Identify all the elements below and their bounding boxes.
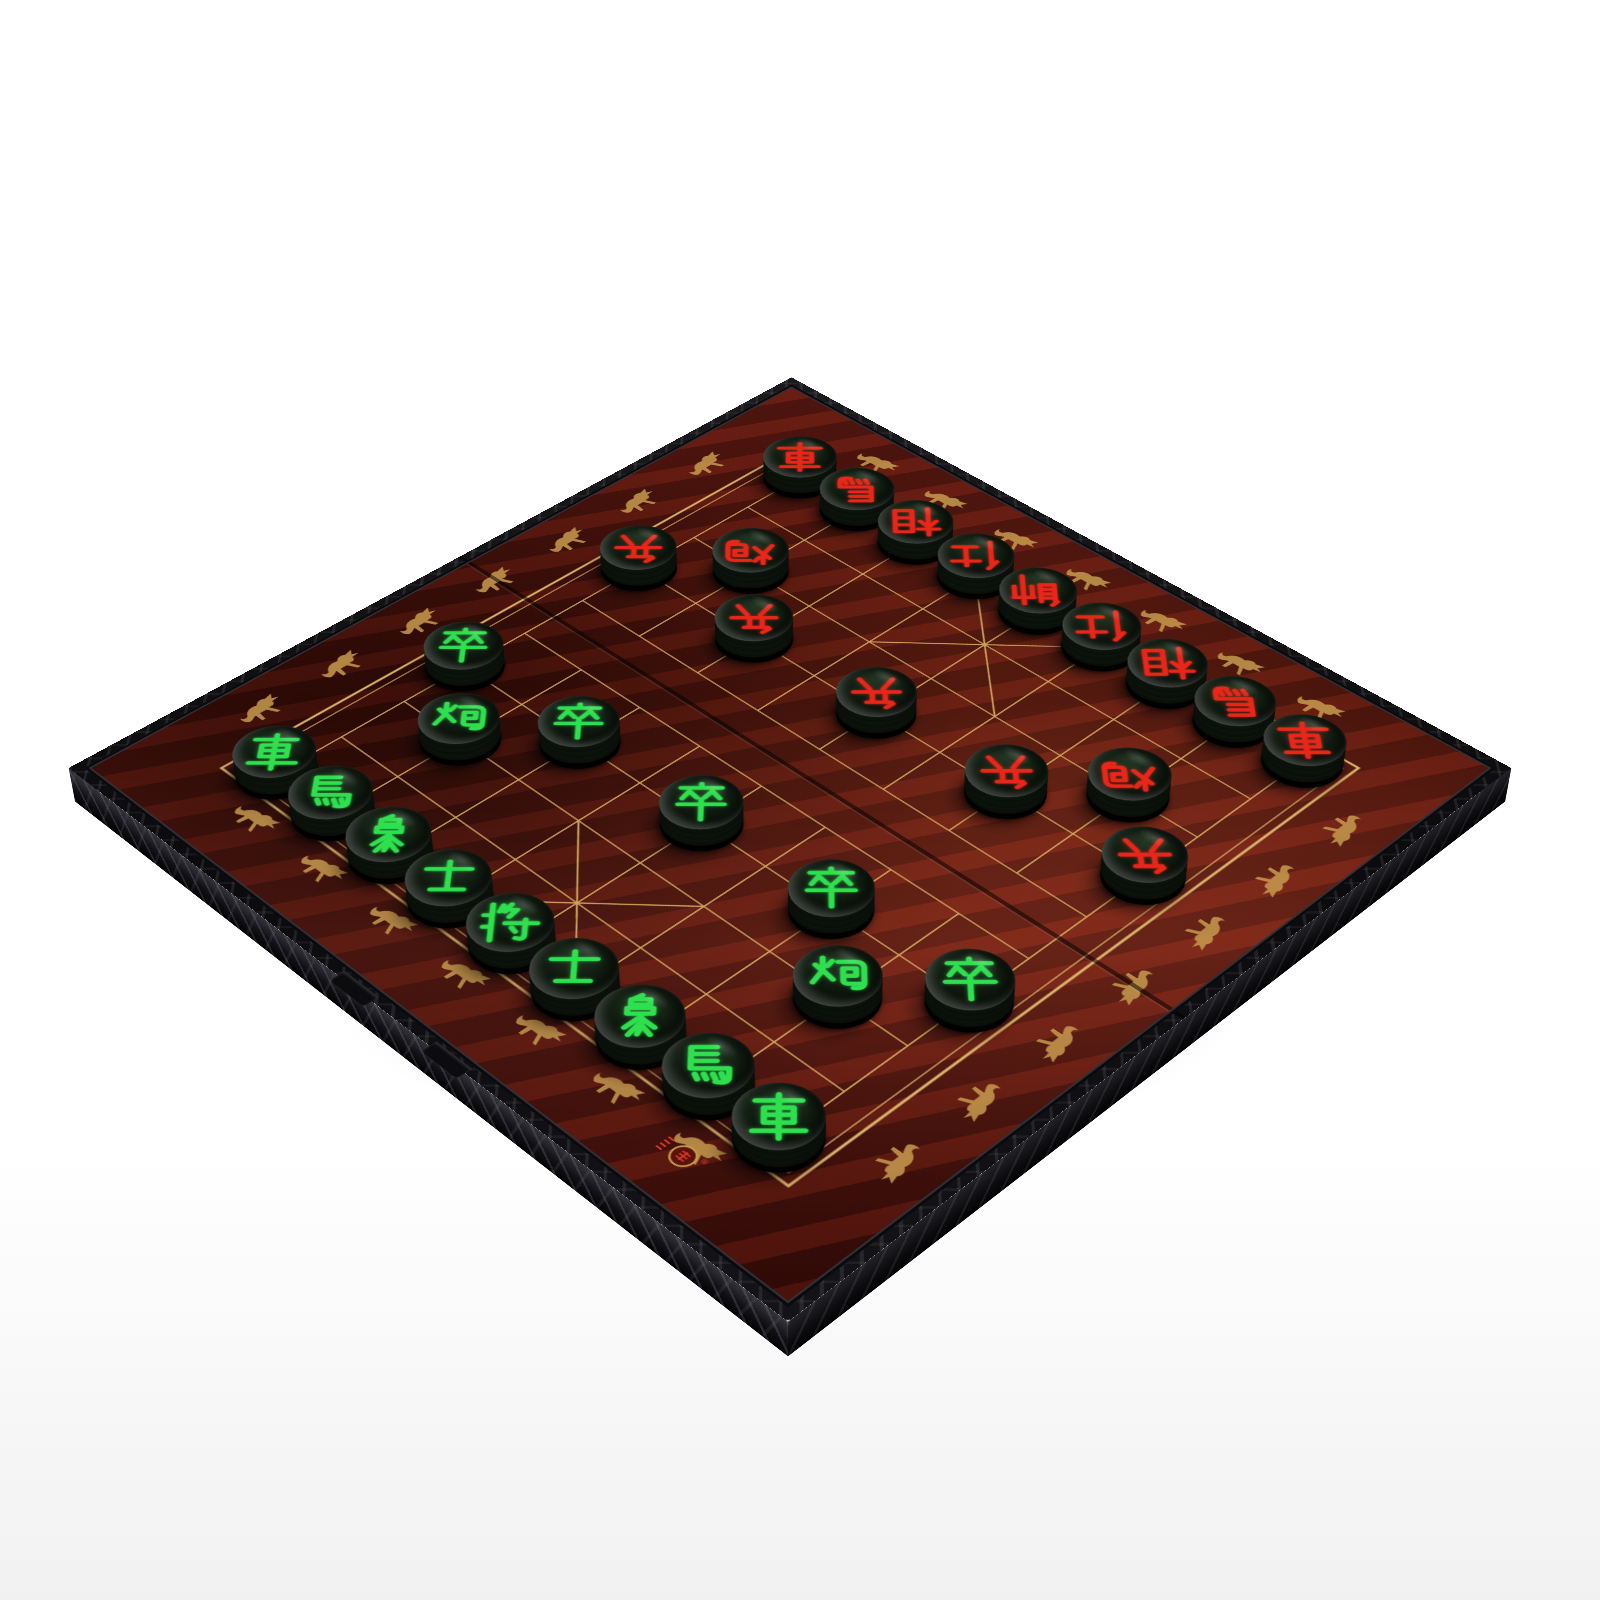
piece-red-cannon[interactable]	[1069, 759, 1186, 834]
piece-glyph-horse	[1202, 682, 1270, 720]
piece-glyph-elephant	[886, 505, 945, 538]
piece-glyph-elephant	[353, 813, 424, 855]
piece-glyph-soldier	[845, 673, 907, 711]
piece-glyph-soldier	[431, 627, 496, 664]
piece-green-cannon[interactable]	[775, 955, 901, 1042]
piece-glyph-advisor	[412, 856, 483, 900]
piece-glyph-chariot	[772, 441, 828, 472]
piece-red-soldier[interactable]	[819, 679, 933, 750]
piece-green-cannon[interactable]	[403, 704, 518, 776]
piece-green-chariot[interactable]	[713, 1091, 845, 1187]
piece-glyph-soldier	[724, 600, 784, 636]
piece-glyph-general	[1007, 573, 1069, 608]
piece-glyph-chariot	[743, 1091, 815, 1142]
piece-glyph-cannon	[425, 699, 492, 738]
piece-glyph-advisor	[538, 945, 610, 991]
piece-red-soldier[interactable]	[1083, 837, 1204, 917]
piece-glyph-horse	[295, 772, 366, 813]
piece-green-soldier[interactable]	[409, 633, 521, 701]
board-surface: ®	[91, 388, 1488, 1301]
piece-green-soldier[interactable]	[642, 786, 760, 863]
piece-glyph-soldier	[798, 866, 865, 910]
piece-glyph-soldier	[1110, 833, 1181, 876]
piece-glyph-soldier	[608, 531, 668, 565]
piece-green-soldier[interactable]	[770, 870, 892, 952]
piece-green-soldier[interactable]	[523, 707, 638, 779]
scene: ®	[0, 0, 1600, 1600]
piece-glyph-cannon	[721, 533, 780, 567]
board-frame: ®	[69, 377, 1511, 1321]
piece-glyph-horse	[829, 473, 886, 505]
piece-glyph-advisor	[1070, 608, 1134, 644]
piece-glyph-elephant	[1135, 645, 1201, 682]
piece-glyph-soldier	[935, 956, 1006, 1003]
piece-glyph-soldier	[974, 751, 1040, 791]
piece-red-soldier[interactable]	[585, 538, 692, 601]
piece-glyph-chariot	[1270, 720, 1340, 759]
piece-glyph-chariot	[238, 732, 309, 772]
piece-glyph-soldier	[546, 702, 611, 741]
piece-glyph-soldier	[668, 782, 734, 823]
xiangqi-board: ®	[69, 377, 1511, 1321]
piece-glyph-horse	[672, 1041, 744, 1091]
piece-green-soldier[interactable]	[906, 959, 1032, 1046]
stage: ®	[0, 0, 1600, 1600]
piece-glyph-cannon	[804, 952, 873, 999]
piece-glyph-advisor	[946, 539, 1007, 573]
piece-red-soldier[interactable]	[947, 755, 1064, 830]
piece-glyph-cannon	[1096, 754, 1164, 794]
piece-red-soldier[interactable]	[699, 606, 809, 673]
piece-top-face	[819, 657, 933, 727]
piece-glyph-elephant	[604, 992, 676, 1040]
piece-glyph-general	[474, 900, 545, 945]
pieces-layer	[91, 388, 1488, 1301]
piece-top-face	[948, 734, 1066, 809]
